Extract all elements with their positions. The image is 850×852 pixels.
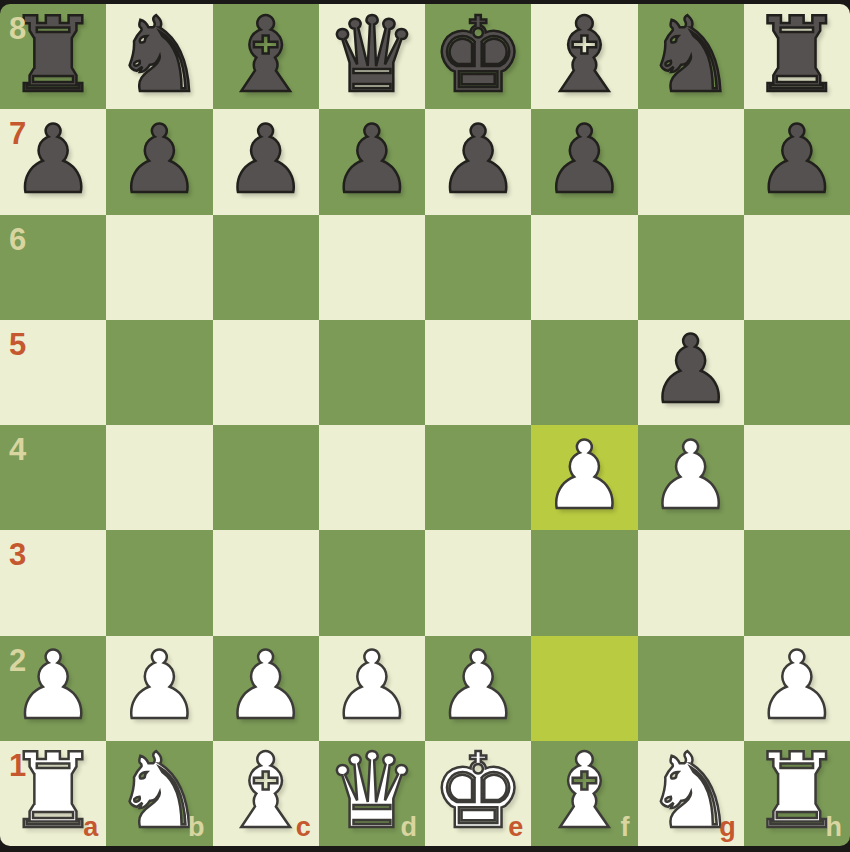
- square-a4[interactable]: 4: [0, 425, 106, 530]
- square-e2[interactable]: ♟: [425, 636, 531, 741]
- square-e6[interactable]: [425, 215, 531, 320]
- piece-white-rook[interactable]: ♜: [750, 739, 843, 843]
- piece-white-pawn[interactable]: ♟: [11, 639, 95, 733]
- piece-white-bishop[interactable]: ♝: [538, 739, 631, 843]
- piece-white-knight[interactable]: ♞: [644, 739, 737, 843]
- square-g6[interactable]: [638, 215, 744, 320]
- rank-label-3: 3: [9, 537, 26, 573]
- piece-white-pawn[interactable]: ♟: [648, 429, 732, 523]
- square-f7[interactable]: ♟: [531, 109, 637, 214]
- rank-label-4: 4: [9, 432, 26, 468]
- square-d1[interactable]: ♛d: [319, 741, 425, 846]
- square-a8[interactable]: ♜8: [0, 4, 106, 109]
- piece-black-king[interactable]: ♚: [432, 4, 525, 107]
- square-c5[interactable]: [213, 320, 319, 425]
- square-e7[interactable]: ♟: [425, 109, 531, 214]
- piece-black-pawn[interactable]: ♟: [330, 113, 414, 207]
- square-g3[interactable]: [638, 530, 744, 635]
- square-c7[interactable]: ♟: [213, 109, 319, 214]
- square-b4[interactable]: [106, 425, 212, 530]
- square-f8[interactable]: ♝: [531, 4, 637, 109]
- square-f2[interactable]: [531, 636, 637, 741]
- piece-black-queen[interactable]: ♛: [325, 4, 418, 107]
- square-h7[interactable]: ♟: [744, 109, 850, 214]
- square-d5[interactable]: [319, 320, 425, 425]
- square-g7[interactable]: [638, 109, 744, 214]
- square-c2[interactable]: ♟: [213, 636, 319, 741]
- piece-white-king[interactable]: ♚: [432, 739, 525, 843]
- square-d6[interactable]: [319, 215, 425, 320]
- piece-black-pawn[interactable]: ♟: [436, 113, 520, 207]
- square-a7[interactable]: ♟7: [0, 109, 106, 214]
- rank-label-6: 6: [9, 222, 26, 258]
- piece-white-bishop[interactable]: ♝: [219, 739, 312, 843]
- square-e3[interactable]: [425, 530, 531, 635]
- square-h8[interactable]: ♜: [744, 4, 850, 109]
- square-d3[interactable]: [319, 530, 425, 635]
- square-g1[interactable]: ♞g: [638, 741, 744, 846]
- square-e5[interactable]: [425, 320, 531, 425]
- piece-white-pawn[interactable]: ♟: [223, 639, 307, 733]
- square-b1[interactable]: ♞b: [106, 741, 212, 846]
- piece-white-rook[interactable]: ♜: [7, 739, 100, 843]
- square-a5[interactable]: 5: [0, 320, 106, 425]
- piece-black-rook[interactable]: ♜: [750, 4, 843, 107]
- square-c4[interactable]: [213, 425, 319, 530]
- square-h1[interactable]: ♜h: [744, 741, 850, 846]
- square-e1[interactable]: ♚e: [425, 741, 531, 846]
- square-d7[interactable]: ♟: [319, 109, 425, 214]
- square-e8[interactable]: ♚: [425, 4, 531, 109]
- square-d8[interactable]: ♛: [319, 4, 425, 109]
- square-e4[interactable]: [425, 425, 531, 530]
- square-c3[interactable]: [213, 530, 319, 635]
- square-f4[interactable]: ♟: [531, 425, 637, 530]
- piece-white-pawn[interactable]: ♟: [117, 639, 201, 733]
- piece-white-queen[interactable]: ♛: [325, 739, 418, 843]
- square-b2[interactable]: ♟: [106, 636, 212, 741]
- piece-black-pawn[interactable]: ♟: [542, 113, 626, 207]
- page-background: ♜8♞♝♛♚♝♞♜♟7♟♟♟♟♟♟65♟4♟♟3♟2♟♟♟♟♟♜1a♞b♝c♛d…: [0, 0, 850, 852]
- square-g8[interactable]: ♞: [638, 4, 744, 109]
- piece-black-pawn[interactable]: ♟: [755, 113, 839, 207]
- square-d4[interactable]: [319, 425, 425, 530]
- square-g5[interactable]: ♟: [638, 320, 744, 425]
- square-h4[interactable]: [744, 425, 850, 530]
- square-h5[interactable]: [744, 320, 850, 425]
- square-h6[interactable]: [744, 215, 850, 320]
- square-g4[interactable]: ♟: [638, 425, 744, 530]
- square-b6[interactable]: [106, 215, 212, 320]
- piece-black-knight[interactable]: ♞: [644, 4, 737, 107]
- rank-label-5: 5: [9, 327, 26, 363]
- square-b5[interactable]: [106, 320, 212, 425]
- piece-black-bishop[interactable]: ♝: [219, 4, 312, 107]
- square-a6[interactable]: 6: [0, 215, 106, 320]
- square-b8[interactable]: ♞: [106, 4, 212, 109]
- piece-black-pawn[interactable]: ♟: [117, 113, 201, 207]
- square-c8[interactable]: ♝: [213, 4, 319, 109]
- square-a2[interactable]: ♟2: [0, 636, 106, 741]
- piece-white-knight[interactable]: ♞: [113, 739, 206, 843]
- piece-black-knight[interactable]: ♞: [113, 4, 206, 107]
- square-c1[interactable]: ♝c: [213, 741, 319, 846]
- square-h3[interactable]: [744, 530, 850, 635]
- piece-black-pawn[interactable]: ♟: [223, 113, 307, 207]
- square-f3[interactable]: [531, 530, 637, 635]
- square-a1[interactable]: ♜1a: [0, 741, 106, 846]
- square-c6[interactable]: [213, 215, 319, 320]
- square-a3[interactable]: 3: [0, 530, 106, 635]
- piece-white-pawn[interactable]: ♟: [542, 429, 626, 523]
- square-d2[interactable]: ♟: [319, 636, 425, 741]
- square-f6[interactable]: [531, 215, 637, 320]
- piece-white-pawn[interactable]: ♟: [755, 639, 839, 733]
- square-h2[interactable]: ♟: [744, 636, 850, 741]
- piece-black-rook[interactable]: ♜: [7, 4, 100, 107]
- piece-black-pawn[interactable]: ♟: [648, 323, 732, 417]
- square-f5[interactable]: [531, 320, 637, 425]
- piece-black-pawn[interactable]: ♟: [11, 113, 95, 207]
- piece-white-pawn[interactable]: ♟: [330, 639, 414, 733]
- square-g2[interactable]: [638, 636, 744, 741]
- piece-white-pawn[interactable]: ♟: [436, 639, 520, 733]
- square-b7[interactable]: ♟: [106, 109, 212, 214]
- square-b3[interactable]: [106, 530, 212, 635]
- piece-black-bishop[interactable]: ♝: [538, 4, 631, 107]
- chess-board: ♜8♞♝♛♚♝♞♜♟7♟♟♟♟♟♟65♟4♟♟3♟2♟♟♟♟♟♜1a♞b♝c♛d…: [0, 4, 850, 846]
- square-f1[interactable]: ♝f: [531, 741, 637, 846]
